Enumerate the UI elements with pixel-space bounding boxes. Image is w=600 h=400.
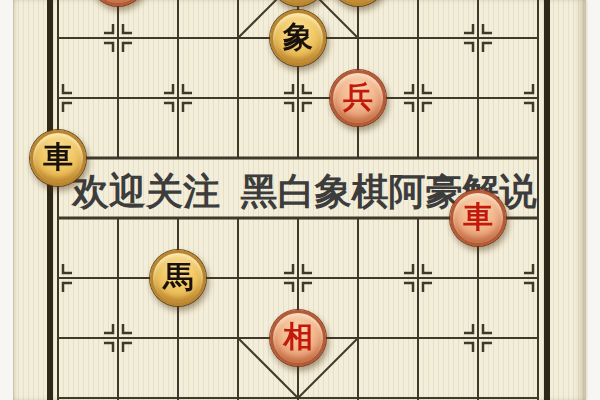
piece-red-soldier[interactable]: 兵 — [330, 70, 386, 126]
piece-glyph: 馬 — [163, 262, 193, 292]
piece-glyph: 兵 — [343, 82, 373, 112]
pieces-layer: 象兵車車馬相 — [0, 0, 600, 400]
piece-glyph: 車 — [43, 142, 73, 172]
piece-black-elephant[interactable]: 象 — [270, 10, 326, 66]
piece-glyph: 車 — [463, 202, 493, 232]
piece-glyph: 象 — [283, 22, 313, 52]
xiangqi-app: 欢迎关注 黑白象棋阿豪解说 象兵車車馬相 — [0, 0, 600, 400]
piece-black-chariot[interactable]: 車 — [30, 130, 86, 186]
piece-glyph: 相 — [283, 322, 313, 352]
piece-black-unknown-cutoff[interactable] — [330, 0, 386, 6]
piece-black-unknown-cutoff[interactable] — [270, 0, 326, 6]
piece-red-elephant[interactable]: 相 — [270, 310, 326, 366]
piece-black-horse[interactable]: 馬 — [150, 250, 206, 306]
piece-red-chariot[interactable]: 車 — [450, 190, 506, 246]
piece-red-unknown-cutoff[interactable] — [90, 0, 146, 6]
